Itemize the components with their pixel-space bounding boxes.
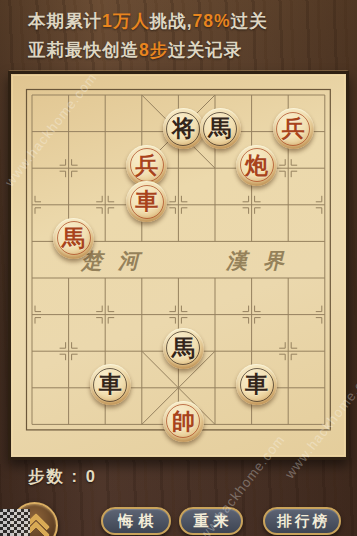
piece-character: 帥 [172, 410, 195, 433]
piece-red-soldier[interactable]: 兵 [273, 108, 314, 149]
text-segment: 本期累计 [28, 11, 102, 31]
puzzle-stats-header: 本期累计1万人挑战,78%过关 亚莉最快创造8步过关记录 [28, 7, 268, 65]
piece-character: 車 [99, 373, 122, 396]
text-segment: 亚莉最快创造 [28, 40, 139, 60]
watermark-qr-block [0, 509, 30, 536]
piece-character: 車 [245, 373, 268, 396]
leaderboard-button[interactable]: 排行榜 [263, 507, 341, 535]
steps-counter: 步数 : 0 [28, 466, 97, 488]
piece-character: 将 [172, 117, 195, 140]
restart-button[interactable]: 重来 [179, 507, 243, 535]
piece-black-general[interactable]: 将 [163, 108, 204, 149]
text-segment: 过关记录 [168, 40, 242, 60]
piece-red-horse[interactable]: 馬 [53, 218, 94, 259]
piece-character: 兵 [135, 154, 158, 177]
header-line1: 本期累计1万人挑战,78%过关 [28, 7, 268, 36]
header-line2: 亚莉最快创造8步过关记录 [28, 36, 268, 65]
xiangqi-puzzle-screen: 本期累计1万人挑战,78%过关 亚莉最快创造8步过关记录 楚河 漢界 将馬兵兵炮… [0, 0, 357, 536]
text-segment: 8步 [139, 40, 168, 60]
piece-red-soldier[interactable]: 兵 [126, 145, 167, 186]
text-segment: 挑战, [150, 11, 193, 31]
piece-character: 馬 [62, 227, 85, 250]
piece-character: 馬 [172, 337, 195, 360]
piece-black-horse[interactable]: 馬 [200, 108, 241, 149]
piece-character: 兵 [282, 117, 305, 140]
undo-move-button[interactable]: 悔棋 [101, 507, 171, 535]
piece-red-general[interactable]: 帥 [163, 401, 204, 442]
xiangqi-board[interactable]: 楚河 漢界 将馬兵兵炮車馬馬車車帥 [8, 71, 349, 460]
piece-character: 車 [135, 190, 158, 213]
text-segment: 1万人 [102, 11, 150, 31]
piece-black-horse[interactable]: 馬 [163, 328, 204, 369]
piece-character: 炮 [245, 154, 268, 177]
piece-black-chariot[interactable]: 車 [90, 364, 131, 405]
text-segment: 78% [193, 11, 231, 31]
piece-character: 馬 [209, 117, 232, 140]
piece-red-cannon[interactable]: 炮 [236, 145, 277, 186]
text-segment: 过关 [231, 11, 268, 31]
river-label-right: 漢界 [200, 247, 310, 275]
